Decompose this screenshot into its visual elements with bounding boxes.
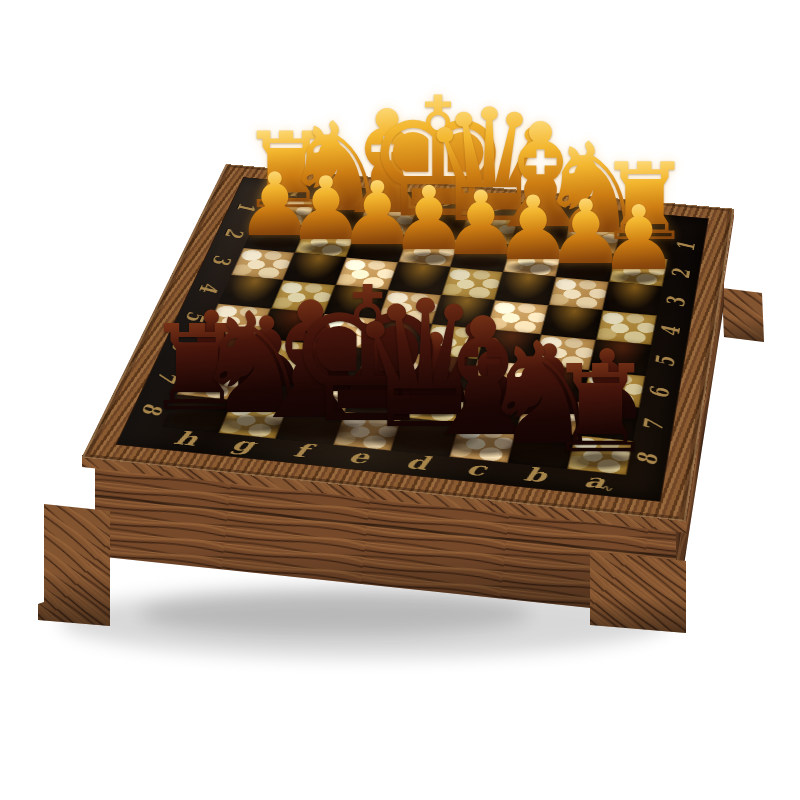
amber-chess-set-scene: ∿ 1122334455667788hhggffeeddccbbaa ♜♜♞♞♝… [0,0,800,800]
piece-glyph: ♜ [546,355,654,464]
rank-label-right-3: 3 [661,293,691,311]
rank-label-right-4: 4 [656,322,687,341]
rank-label-right-5: 5 [650,352,682,372]
floor-shadow-inner [140,593,530,635]
piece-glyph: ♟ [599,198,679,278]
rank-label-left-3: 3 [205,251,238,268]
box-foot-back-right-shade [722,288,764,342]
box-foot-front-left-shade [38,504,110,626]
box-foot-front-right-shade [590,551,686,633]
